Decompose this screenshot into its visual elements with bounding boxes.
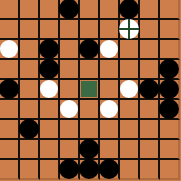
cell-r7c2[interactable]: [40, 140, 60, 160]
cell-r8c5[interactable]: [100, 160, 120, 180]
cell-r3c7[interactable]: [140, 60, 160, 80]
cell-r6c3[interactable]: [60, 120, 80, 140]
cell-r8c0[interactable]: [0, 160, 20, 180]
cell-r8c6[interactable]: [120, 160, 140, 180]
cell-r1c8[interactable]: [160, 20, 180, 40]
black-stone: [79, 139, 99, 159]
black-stone: [19, 119, 39, 139]
cell-r1c5[interactable]: [100, 20, 120, 40]
cell-r3c0[interactable]: [0, 60, 20, 80]
cell-r0c5[interactable]: [100, 0, 120, 20]
cell-r0c2[interactable]: [40, 0, 60, 20]
black-stone: [139, 79, 159, 99]
black-stone: [159, 99, 179, 119]
cell-r3c8[interactable]: [160, 60, 180, 80]
cell-r8c8[interactable]: [160, 160, 180, 180]
cell-r7c6[interactable]: [120, 140, 140, 160]
white-stone: [100, 100, 118, 118]
cell-r3c3[interactable]: [60, 60, 80, 80]
white-stone: [0, 40, 18, 58]
cell-r2c2[interactable]: [40, 40, 60, 60]
cell-r3c1[interactable]: [20, 60, 40, 80]
black-stone: [79, 39, 99, 59]
cell-r5c6[interactable]: [120, 100, 140, 120]
cell-r2c3[interactable]: [60, 40, 80, 60]
cell-r3c4[interactable]: [80, 60, 100, 80]
cell-r5c5[interactable]: [100, 100, 120, 120]
black-stone: [39, 39, 59, 59]
black-stone: [159, 79, 179, 99]
white-stone: [60, 100, 78, 118]
cell-r2c7[interactable]: [140, 40, 160, 60]
cell-r0c7[interactable]: [140, 0, 160, 20]
cell-r6c2[interactable]: [40, 120, 60, 140]
black-stone: [119, 0, 139, 19]
cell-r2c8[interactable]: [160, 40, 180, 60]
cell-r4c4[interactable]: [80, 80, 100, 100]
black-stone: [0, 79, 19, 99]
cell-r1c0[interactable]: [0, 20, 20, 40]
cell-r5c8[interactable]: [160, 100, 180, 120]
cell-r3c5[interactable]: [100, 60, 120, 80]
cell-r3c6[interactable]: [120, 60, 140, 80]
cell-r6c1[interactable]: [20, 120, 40, 140]
cell-r0c1[interactable]: [20, 0, 40, 20]
cell-r6c4[interactable]: [80, 120, 100, 140]
white-stone: [40, 80, 58, 98]
cell-r1c4[interactable]: [80, 20, 100, 40]
white-stone: [120, 80, 138, 98]
cell-r4c2[interactable]: [40, 80, 60, 100]
cell-r8c4[interactable]: [80, 160, 100, 180]
cell-r5c4[interactable]: [80, 100, 100, 120]
cell-r6c5[interactable]: [100, 120, 120, 140]
cell-r5c0[interactable]: [0, 100, 20, 120]
cell-r0c0[interactable]: [0, 0, 20, 20]
cell-r4c3[interactable]: [60, 80, 80, 100]
cell-r2c0[interactable]: [0, 40, 20, 60]
cell-r4c5[interactable]: [100, 80, 120, 100]
go-board: [0, 0, 181, 181]
center-square-marker: [81, 81, 97, 97]
cell-r2c1[interactable]: [20, 40, 40, 60]
black-stone: [159, 59, 179, 79]
cell-r2c4[interactable]: [80, 40, 100, 60]
cell-r4c7[interactable]: [140, 80, 160, 100]
black-stone: [59, 0, 79, 19]
cell-r2c6[interactable]: [120, 40, 140, 60]
cell-r6c8[interactable]: [160, 120, 180, 140]
cell-r1c1[interactable]: [20, 20, 40, 40]
cell-r8c2[interactable]: [40, 160, 60, 180]
cell-r5c1[interactable]: [20, 100, 40, 120]
cell-r4c8[interactable]: [160, 80, 180, 100]
cell-r7c7[interactable]: [140, 140, 160, 160]
cell-r7c0[interactable]: [0, 140, 20, 160]
cell-r4c1[interactable]: [20, 80, 40, 100]
cell-r8c3[interactable]: [60, 160, 80, 180]
white-stone: [100, 40, 118, 58]
cell-r7c4[interactable]: [80, 140, 100, 160]
cell-r5c2[interactable]: [40, 100, 60, 120]
cell-r1c3[interactable]: [60, 20, 80, 40]
cell-r0c3[interactable]: [60, 0, 80, 20]
cell-r7c8[interactable]: [160, 140, 180, 160]
cell-r7c5[interactable]: [100, 140, 120, 160]
cell-r7c1[interactable]: [20, 140, 40, 160]
cross-marker-icon: [119, 28, 139, 30]
cell-r8c7[interactable]: [140, 160, 160, 180]
cell-r1c7[interactable]: [140, 20, 160, 40]
cell-r5c3[interactable]: [60, 100, 80, 120]
black-stone: [99, 159, 119, 179]
black-stone: [39, 59, 59, 79]
cell-r0c6[interactable]: [120, 0, 140, 20]
cell-r6c6[interactable]: [120, 120, 140, 140]
cell-r0c8[interactable]: [160, 0, 180, 20]
cell-r7c3[interactable]: [60, 140, 80, 160]
black-stone: [79, 159, 99, 179]
cell-r6c7[interactable]: [140, 120, 160, 140]
cell-r6c0[interactable]: [0, 120, 20, 140]
cell-r4c6[interactable]: [120, 80, 140, 100]
cell-r2c5[interactable]: [100, 40, 120, 60]
cell-r8c1[interactable]: [20, 160, 40, 180]
cell-r3c2[interactable]: [40, 60, 60, 80]
cell-r5c7[interactable]: [140, 100, 160, 120]
cell-r1c2[interactable]: [40, 20, 60, 40]
cell-r1c6[interactable]: [120, 20, 140, 40]
cell-r4c0[interactable]: [0, 80, 20, 100]
black-stone: [59, 159, 79, 179]
cell-r0c4[interactable]: [80, 0, 100, 20]
